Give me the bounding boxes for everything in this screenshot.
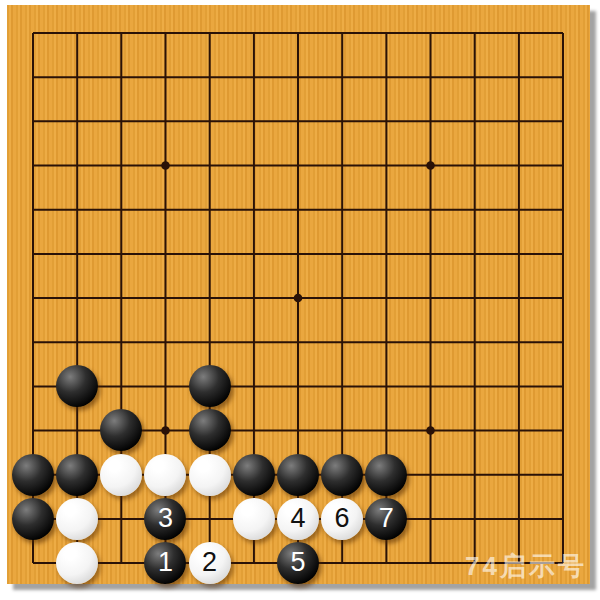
white-stone[interactable]: 6 — [321, 498, 363, 540]
stones-layer: 3467125 — [11, 11, 585, 585]
black-stone[interactable] — [365, 454, 407, 496]
white-stone[interactable] — [144, 454, 186, 496]
black-stone[interactable]: 5 — [277, 542, 319, 584]
white-stone[interactable]: 2 — [189, 542, 231, 584]
move-number-label: 3 — [158, 505, 173, 532]
black-stone[interactable] — [56, 454, 98, 496]
move-number-label: 7 — [379, 505, 394, 532]
white-stone[interactable]: 4 — [277, 498, 319, 540]
go-board[interactable]: 3467125 — [7, 5, 590, 584]
white-stone[interactable] — [233, 498, 275, 540]
move-number-label: 2 — [202, 549, 217, 576]
move-number-label: 6 — [335, 505, 350, 532]
black-stone[interactable] — [277, 454, 319, 496]
move-number-label: 5 — [290, 549, 305, 576]
move-number-label: 4 — [290, 505, 305, 532]
white-stone[interactable] — [56, 542, 98, 584]
white-stone[interactable] — [100, 454, 142, 496]
move-number-label: 1 — [158, 549, 173, 576]
black-stone[interactable] — [12, 498, 54, 540]
black-stone[interactable] — [233, 454, 275, 496]
white-stone[interactable] — [56, 498, 98, 540]
go-diagram-page: 3467125 74启示号 — [0, 0, 600, 600]
black-stone[interactable] — [100, 409, 142, 451]
black-stone[interactable] — [12, 454, 54, 496]
black-stone[interactable]: 3 — [144, 498, 186, 540]
black-stone[interactable]: 1 — [144, 542, 186, 584]
black-stone[interactable] — [321, 454, 363, 496]
black-stone[interactable] — [189, 409, 231, 451]
white-stone[interactable] — [189, 454, 231, 496]
black-stone[interactable] — [189, 365, 231, 407]
watermark: 74启示号 — [465, 549, 587, 584]
black-stone[interactable]: 7 — [365, 498, 407, 540]
black-stone[interactable] — [56, 365, 98, 407]
